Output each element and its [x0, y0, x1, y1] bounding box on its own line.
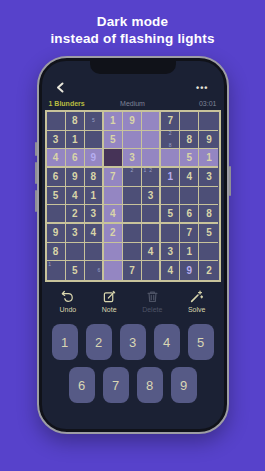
sudoku-cell-r7c2[interactable]: 3 — [66, 224, 85, 243]
note-button[interactable]: Note — [102, 290, 117, 313]
sudoku-cell-r7c1[interactable]: 9 — [47, 224, 66, 243]
numpad-button-7[interactable]: 7 — [103, 367, 129, 403]
sudoku-cell-r8c7[interactable]: 3 — [161, 243, 180, 262]
sudoku-cell-r9c6[interactable] — [142, 261, 161, 280]
sudoku-cell-r4c8[interactable]: 4 — [180, 168, 199, 187]
sudoku-cell-r2c3[interactable] — [85, 131, 104, 150]
sudoku-cell-r5c6[interactable]: 3 — [142, 187, 161, 206]
sudoku-cell-r6c7[interactable]: 5 — [161, 205, 180, 224]
delete-button[interactable]: Delete — [142, 290, 162, 313]
sudoku-cell-r1c4[interactable]: 1 — [104, 112, 123, 131]
sudoku-cell-r1c8[interactable] — [180, 112, 199, 131]
menu-button[interactable]: ••• — [196, 83, 208, 93]
sudoku-cell-r9c7[interactable]: 4 — [161, 261, 180, 280]
sudoku-cell-r4c6[interactable]: 12 — [142, 168, 161, 187]
sudoku-cell-r5c5[interactable] — [123, 187, 142, 206]
sudoku-board: 8519731528894693516987212143541323456893… — [45, 110, 221, 282]
sudoku-cell-r4c2[interactable]: 9 — [66, 168, 85, 187]
sudoku-cell-r1c6[interactable] — [142, 112, 161, 131]
sudoku-cell-r7c9[interactable]: 5 — [199, 224, 218, 243]
volume-up-button — [35, 162, 37, 184]
back-button[interactable] — [55, 82, 66, 93]
chevron-left-icon — [55, 82, 66, 93]
cell-notes: 12 — [142, 168, 159, 186]
sudoku-cell-r9c3[interactable]: 6 — [85, 261, 104, 280]
sudoku-cell-r9c5[interactable]: 7 — [123, 261, 142, 280]
sudoku-cell-r5c7[interactable] — [161, 187, 180, 206]
sudoku-cell-r7c8[interactable]: 7 — [180, 224, 199, 243]
numpad-button-8[interactable]: 8 — [137, 367, 163, 403]
sudoku-cell-r2c2[interactable]: 1 — [66, 131, 85, 150]
sudoku-cell-r6c5[interactable] — [123, 205, 142, 224]
sudoku-cell-r4c4[interactable]: 7 — [104, 168, 123, 187]
cell-notes: 1 — [47, 261, 65, 280]
numpad-button-6[interactable]: 6 — [69, 367, 95, 403]
cell-notes: 2 — [123, 168, 141, 186]
sudoku-cell-r3c5[interactable]: 3 — [123, 149, 142, 168]
sudoku-cell-r8c6[interactable]: 4 — [142, 243, 161, 262]
numpad-button-9[interactable]: 9 — [171, 367, 197, 403]
sudoku-cell-r2c7[interactable]: 28 — [161, 131, 180, 150]
sudoku-cell-r2c9[interactable]: 9 — [199, 131, 218, 150]
sudoku-cell-r4c3[interactable]: 8 — [85, 168, 104, 187]
sudoku-cell-r6c2[interactable]: 2 — [66, 205, 85, 224]
cell-notes: 5 — [85, 112, 102, 130]
sudoku-cell-r9c9[interactable]: 2 — [199, 261, 218, 280]
sudoku-cell-r5c8[interactable] — [180, 187, 199, 206]
sudoku-cell-r7c4[interactable]: 2 — [104, 224, 123, 243]
sudoku-cell-r7c6[interactable] — [142, 224, 161, 243]
sudoku-cell-r6c3[interactable]: 3 — [85, 205, 104, 224]
sudoku-cell-r8c2[interactable] — [66, 243, 85, 262]
sudoku-cell-r4c7[interactable]: 1 — [161, 168, 180, 187]
sudoku-cell-r2c8[interactable]: 8 — [180, 131, 199, 150]
sudoku-cell-r5c4[interactable] — [104, 187, 123, 206]
sudoku-cell-r3c4[interactable] — [104, 149, 123, 168]
sudoku-cell-r6c6[interactable] — [142, 205, 161, 224]
sudoku-cell-r5c1[interactable]: 5 — [47, 187, 66, 206]
title-line-1: Dark mode — [0, 13, 265, 30]
difficulty-label: Medium — [105, 100, 161, 107]
sudoku-cell-r6c9[interactable]: 8 — [199, 205, 218, 224]
ellipsis-icon: ••• — [196, 83, 208, 93]
sudoku-cell-r3c3[interactable]: 9 — [85, 149, 104, 168]
sudoku-cell-r8c1[interactable]: 8 — [47, 243, 66, 262]
blunders-label: 1 Blunders — [49, 100, 105, 107]
status-bar: 1 Blunders Medium 03:01 — [42, 93, 224, 110]
sudoku-cell-r9c2[interactable]: 5 — [66, 261, 85, 280]
numpad-button-5[interactable]: 5 — [188, 324, 214, 360]
volume-down-button — [35, 190, 37, 212]
phone-mockup: ••• 1 Blunders Medium 03:01 851973152889… — [37, 56, 229, 434]
page-title: Dark mode instead of flashing lights — [0, 0, 265, 47]
undo-icon — [61, 290, 74, 303]
delete-label: Delete — [142, 306, 162, 313]
phone-screen: ••• 1 Blunders Medium 03:01 851973152889… — [42, 61, 224, 429]
sudoku-cell-r3c7[interactable] — [161, 149, 180, 168]
sudoku-cell-r8c5[interactable] — [123, 243, 142, 262]
note-label: Note — [102, 306, 117, 313]
numpad-button-2[interactable]: 2 — [86, 324, 112, 360]
sudoku-cell-r4c5[interactable]: 2 — [123, 168, 142, 187]
title-line-2: instead of flashing lights — [0, 30, 265, 47]
sudoku-cell-r5c9[interactable] — [199, 187, 218, 206]
wand-icon — [190, 290, 203, 303]
sudoku-cell-r5c3[interactable]: 1 — [85, 187, 104, 206]
sudoku-cell-r1c5[interactable]: 9 — [123, 112, 142, 131]
cell-notes: 28 — [161, 131, 179, 149]
sudoku-cell-r1c7[interactable]: 7 — [161, 112, 180, 131]
trash-icon — [146, 290, 159, 303]
sudoku-cell-r7c3[interactable]: 4 — [85, 224, 104, 243]
sudoku-cell-r3c8[interactable]: 5 — [180, 149, 199, 168]
undo-label: Undo — [60, 306, 77, 313]
toolbar: Undo Note Delete — [42, 282, 224, 313]
sudoku-cell-r8c8[interactable]: 1 — [180, 243, 199, 262]
sudoku-cell-r6c8[interactable]: 6 — [180, 205, 199, 224]
sudoku-cell-r9c8[interactable]: 9 — [180, 261, 199, 280]
solve-button[interactable]: Solve — [188, 290, 206, 313]
sudoku-cell-r4c9[interactable]: 3 — [199, 168, 218, 187]
numpad: 12345 6789 — [42, 324, 224, 403]
sudoku-cell-r9c1[interactable]: 1 — [47, 261, 66, 280]
sudoku-cell-r1c2[interactable]: 8 — [66, 112, 85, 131]
sudoku-cell-r4c1[interactable]: 6 — [47, 168, 66, 187]
sudoku-cell-r3c9[interactable]: 1 — [199, 149, 218, 168]
numpad-button-4[interactable]: 4 — [154, 324, 180, 360]
sudoku-cell-r2c1[interactable]: 3 — [47, 131, 66, 150]
sudoku-cell-r3c6[interactable] — [142, 149, 161, 168]
solve-label: Solve — [188, 306, 206, 313]
mute-switch — [35, 142, 37, 156]
sudoku-cell-r3c2[interactable]: 6 — [66, 149, 85, 168]
sudoku-cell-r5c2[interactable]: 4 — [66, 187, 85, 206]
sudoku-cell-r9c4[interactable] — [104, 261, 123, 280]
sudoku-cell-r2c4[interactable]: 5 — [104, 131, 123, 150]
numpad-button-1[interactable]: 1 — [52, 324, 78, 360]
timer-label: 03:01 — [161, 100, 217, 107]
cell-notes: 6 — [85, 261, 102, 280]
sudoku-cell-r1c1[interactable] — [47, 112, 66, 131]
sudoku-cell-r3c1[interactable]: 4 — [47, 149, 66, 168]
sudoku-cell-r2c5[interactable] — [123, 131, 142, 150]
sudoku-cell-r6c4[interactable]: 4 — [104, 205, 123, 224]
undo-button[interactable]: Undo — [60, 290, 77, 313]
sudoku-cell-r7c7[interactable] — [161, 224, 180, 243]
sudoku-cell-r6c1[interactable] — [47, 205, 66, 224]
sudoku-cell-r7c5[interactable] — [123, 224, 142, 243]
sudoku-cell-r1c9[interactable] — [199, 112, 218, 131]
note-icon — [103, 290, 116, 303]
numpad-button-3[interactable]: 3 — [120, 324, 146, 360]
sudoku-cell-r2c6[interactable] — [142, 131, 161, 150]
numpad-row-2: 6789 — [69, 367, 197, 403]
numpad-row-1: 12345 — [52, 324, 214, 360]
power-button — [229, 166, 231, 196]
sudoku-cell-r8c9[interactable] — [199, 243, 218, 262]
sudoku-cell-r1c3[interactable]: 5 — [85, 112, 104, 131]
sudoku-cell-r8c4[interactable] — [104, 243, 123, 262]
sudoku-cell-r8c3[interactable] — [85, 243, 104, 262]
phone-notch — [90, 61, 176, 74]
